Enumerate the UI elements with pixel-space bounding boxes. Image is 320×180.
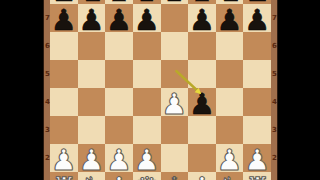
square-a7[interactable]: ♟ [50,4,78,32]
square-h6[interactable] [243,32,271,60]
square-g7[interactable]: ♟ [216,4,244,32]
square-b4[interactable] [78,88,106,116]
rank-label-7: 7 [271,15,278,22]
square-a3[interactable] [50,116,78,144]
white-pawn: ♟ [217,146,243,175]
square-d4[interactable] [133,88,161,116]
square-e6[interactable] [161,32,189,60]
black-pawn: ♟ [78,6,104,35]
square-d7[interactable]: ♟ [133,4,161,32]
black-pawn: ♟ [134,6,160,35]
square-c4[interactable] [105,88,133,116]
black-pawn: ♟ [189,90,215,119]
square-f7[interactable]: ♟ [188,4,216,32]
rank-label-5: 5 [271,71,278,78]
board-frame-right: 765432 [271,0,278,180]
board-frame-left: 765432 [43,0,50,180]
rank-label-4: 4 [271,99,278,106]
black-pawn: ♟ [51,6,77,35]
square-h7[interactable]: ♟ [243,4,271,32]
white-pawn: ♟ [134,146,160,175]
rank-label-2: 2 [271,155,278,162]
square-e1[interactable]: ♚ [161,172,189,180]
square-h2[interactable]: ♟ [243,144,271,172]
white-pawn: ♟ [244,146,270,175]
square-g1[interactable]: ♞ [216,172,244,180]
square-d3[interactable] [133,116,161,144]
letterbox-right [278,0,320,180]
square-c1[interactable]: ♝ [105,172,133,180]
square-b5[interactable] [78,60,106,88]
black-pawn: ♟ [106,6,132,35]
square-d6[interactable] [133,32,161,60]
white-bishop: ♝ [107,174,132,180]
square-c5[interactable] [105,60,133,88]
board-frame: 765432 765432 ♜♞♝♛♚♝♞♜♟♟♟♟♟♟♟♟♟♟♟♟♟♟♟♜♞♝… [43,0,278,180]
square-a4[interactable] [50,88,78,116]
square-a6[interactable] [50,32,78,60]
square-d1[interactable]: ♛ [133,172,161,180]
square-h1[interactable]: ♜ [243,172,271,180]
square-a5[interactable] [50,60,78,88]
square-d5[interactable] [133,60,161,88]
white-pawn: ♟ [161,90,187,119]
square-g4[interactable] [216,88,244,116]
square-c3[interactable] [105,116,133,144]
square-h4[interactable] [243,88,271,116]
square-e4[interactable]: ♟ [161,88,189,116]
square-e5[interactable] [161,60,189,88]
rank-label-3: 3 [271,127,278,134]
white-pawn: ♟ [78,146,104,175]
square-f6[interactable] [188,32,216,60]
square-e3[interactable] [161,116,189,144]
square-h3[interactable] [243,116,271,144]
video-frame: 765432 765432 ♜♞♝♛♚♝♞♜♟♟♟♟♟♟♟♟♟♟♟♟♟♟♟♜♞♝… [0,0,320,180]
square-c6[interactable] [105,32,133,60]
black-pawn: ♟ [244,6,270,35]
square-d2[interactable]: ♟ [133,144,161,172]
white-pawn: ♟ [51,146,77,175]
white-bishop: ♝ [189,174,214,180]
square-e7[interactable] [161,4,189,32]
square-f5[interactable] [188,60,216,88]
black-pawn: ♟ [217,6,243,35]
letterbox-left [0,0,43,180]
white-queen: ♛ [134,174,159,180]
white-knight: ♞ [79,174,104,180]
white-king: ♚ [162,174,187,180]
square-g5[interactable] [216,60,244,88]
white-knight: ♞ [217,174,242,180]
white-pawn: ♟ [106,146,132,175]
white-rook: ♜ [51,174,76,180]
square-b2[interactable]: ♟ [78,144,106,172]
square-a1[interactable]: ♜ [50,172,78,180]
square-g3[interactable] [216,116,244,144]
square-e2[interactable] [161,144,189,172]
chess-board: ♜♞♝♛♚♝♞♜♟♟♟♟♟♟♟♟♟♟♟♟♟♟♟♜♞♝♛♚♝♞♜ [50,0,271,180]
square-b3[interactable] [78,116,106,144]
square-h5[interactable] [243,60,271,88]
square-c2[interactable]: ♟ [105,144,133,172]
square-f1[interactable]: ♝ [188,172,216,180]
square-c7[interactable]: ♟ [105,4,133,32]
black-pawn: ♟ [189,6,215,35]
square-f4[interactable]: ♟ [188,88,216,116]
board-grid: ♜♞♝♛♚♝♞♜♟♟♟♟♟♟♟♟♟♟♟♟♟♟♟♜♞♝♛♚♝♞♜ [50,0,271,180]
square-g2[interactable]: ♟ [216,144,244,172]
square-b1[interactable]: ♞ [78,172,106,180]
square-a2[interactable]: ♟ [50,144,78,172]
rank-label-6: 6 [271,43,278,50]
square-f3[interactable] [188,116,216,144]
square-f2[interactable] [188,144,216,172]
square-b6[interactable] [78,32,106,60]
square-g6[interactable] [216,32,244,60]
white-rook: ♜ [245,174,270,180]
square-b7[interactable]: ♟ [78,4,106,32]
